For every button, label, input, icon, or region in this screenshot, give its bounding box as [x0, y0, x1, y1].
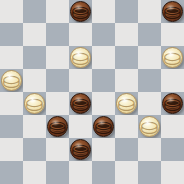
white-checker[interactable]: ⛀: [24, 93, 45, 114]
white-checker[interactable]: ⛀: [139, 116, 160, 137]
square-r6c7[interactable]: [161, 138, 184, 161]
square-r6c2: [46, 138, 69, 161]
white-man-glyph: ⛀: [163, 47, 181, 68]
white-checker[interactable]: ⛀: [116, 93, 137, 114]
dark-checker[interactable]: ⛂: [47, 116, 68, 137]
black-man-glyph: ⛂: [163, 93, 181, 114]
square-r4c7[interactable]: ⛂: [161, 92, 184, 115]
square-r6c3[interactable]: ⛂: [69, 138, 92, 161]
square-r6c4: [92, 138, 115, 161]
square-r5c3: [69, 115, 92, 138]
square-r2c0: [0, 46, 23, 69]
black-man-glyph: ⛂: [94, 116, 112, 137]
square-r1c7: [161, 23, 184, 46]
square-r0c3[interactable]: ⛂: [69, 0, 92, 23]
square-r7c5: [115, 161, 138, 184]
square-r5c0[interactable]: [0, 115, 23, 138]
black-man-glyph: ⛂: [71, 139, 89, 160]
square-r2c1[interactable]: [23, 46, 46, 69]
square-r5c4[interactable]: ⛂: [92, 115, 115, 138]
square-r4c0: [0, 92, 23, 115]
white-man-glyph: ⛀: [25, 93, 43, 114]
square-r6c5[interactable]: [115, 138, 138, 161]
black-man-glyph: ⛂: [71, 93, 89, 114]
square-r6c1[interactable]: [23, 138, 46, 161]
white-man-glyph: ⛀: [71, 47, 89, 68]
square-r2c6: [138, 46, 161, 69]
square-r3c7: [161, 69, 184, 92]
square-r4c6: [138, 92, 161, 115]
white-checker[interactable]: ⛀: [162, 47, 183, 68]
black-man-glyph: ⛂: [71, 1, 89, 22]
square-r1c0[interactable]: [0, 23, 23, 46]
square-r0c0: [0, 0, 23, 23]
square-r5c5: [115, 115, 138, 138]
square-r0c4: [92, 0, 115, 23]
square-r1c4[interactable]: [92, 23, 115, 46]
square-r0c6: [138, 0, 161, 23]
dark-checker[interactable]: ⛂: [93, 116, 114, 137]
black-man-glyph: ⛂: [163, 1, 181, 22]
square-r3c6[interactable]: [138, 69, 161, 92]
square-r3c1: [23, 69, 46, 92]
dark-checker[interactable]: ⛂: [162, 93, 183, 114]
square-r7c6[interactable]: [138, 161, 161, 184]
square-r5c2[interactable]: ⛂: [46, 115, 69, 138]
square-r3c5: [115, 69, 138, 92]
white-man-glyph: ⛀: [2, 70, 20, 91]
square-r2c5[interactable]: [115, 46, 138, 69]
checkers-board: ⛂⛂⛀⛀⛀⛀⛂⛀⛂⛂⛂⛀⛂: [0, 0, 184, 184]
black-man-glyph: ⛂: [48, 116, 66, 137]
dark-checker[interactable]: ⛂: [70, 1, 91, 22]
square-r6c0: [0, 138, 23, 161]
square-r5c6[interactable]: ⛀: [138, 115, 161, 138]
square-r1c5: [115, 23, 138, 46]
square-r7c3: [69, 161, 92, 184]
square-r1c6[interactable]: [138, 23, 161, 46]
square-r2c4: [92, 46, 115, 69]
square-r6c6: [138, 138, 161, 161]
square-r7c1: [23, 161, 46, 184]
square-r4c5[interactable]: ⛀: [115, 92, 138, 115]
dark-checker[interactable]: ⛂: [162, 1, 183, 22]
white-checker[interactable]: ⛀: [70, 47, 91, 68]
square-r5c7: [161, 115, 184, 138]
square-r7c0[interactable]: [0, 161, 23, 184]
square-r0c2: [46, 0, 69, 23]
square-r0c5[interactable]: [115, 0, 138, 23]
square-r1c2[interactable]: [46, 23, 69, 46]
square-r2c3[interactable]: ⛀: [69, 46, 92, 69]
square-r3c2[interactable]: [46, 69, 69, 92]
square-r2c2: [46, 46, 69, 69]
square-r3c4[interactable]: [92, 69, 115, 92]
square-r1c1: [23, 23, 46, 46]
square-r3c0[interactable]: ⛀: [0, 69, 23, 92]
square-r0c7[interactable]: ⛂: [161, 0, 184, 23]
white-man-glyph: ⛀: [117, 93, 135, 114]
square-r7c4[interactable]: [92, 161, 115, 184]
square-r4c3[interactable]: ⛂: [69, 92, 92, 115]
square-r3c3: [69, 69, 92, 92]
square-r7c7: [161, 161, 184, 184]
square-r2c7[interactable]: ⛀: [161, 46, 184, 69]
dark-checker[interactable]: ⛂: [70, 93, 91, 114]
square-r4c4: [92, 92, 115, 115]
square-r1c3: [69, 23, 92, 46]
white-checker[interactable]: ⛀: [1, 70, 22, 91]
square-r0c1[interactable]: [23, 0, 46, 23]
dark-checker[interactable]: ⛂: [70, 139, 91, 160]
square-r7c2[interactable]: [46, 161, 69, 184]
square-r4c1[interactable]: ⛀: [23, 92, 46, 115]
square-r4c2: [46, 92, 69, 115]
square-r5c1: [23, 115, 46, 138]
white-man-glyph: ⛀: [140, 116, 158, 137]
